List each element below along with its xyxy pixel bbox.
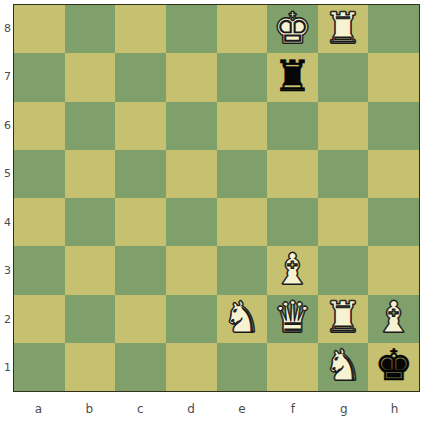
square-c7[interactable] [115, 53, 166, 101]
square-d6[interactable] [166, 102, 217, 150]
square-h7[interactable] [368, 53, 419, 101]
square-c4[interactable] [115, 198, 166, 246]
square-a4[interactable] [14, 198, 65, 246]
square-a1[interactable] [14, 343, 65, 391]
square-g7[interactable] [318, 53, 369, 101]
square-b2[interactable] [65, 295, 116, 343]
rank-label-2: 2 [0, 295, 12, 344]
file-label-d: d [166, 394, 217, 424]
square-a8[interactable] [14, 5, 65, 53]
square-e4[interactable] [217, 198, 268, 246]
square-b1[interactable] [65, 343, 116, 391]
square-f4[interactable] [267, 198, 318, 246]
square-e7[interactable] [217, 53, 268, 101]
square-d2[interactable] [166, 295, 217, 343]
square-b6[interactable] [65, 102, 116, 150]
file-label-e: e [217, 394, 268, 424]
square-g3[interactable] [318, 246, 369, 294]
piece-white-bishop[interactable]: ♝ [374, 296, 413, 339]
square-e5[interactable] [217, 150, 268, 198]
square-b8[interactable] [65, 5, 116, 53]
square-f7[interactable]: ♜ [267, 53, 318, 101]
square-c1[interactable] [115, 343, 166, 391]
square-f1[interactable] [267, 343, 318, 391]
file-labels: abcdefgh [13, 394, 420, 424]
square-d5[interactable] [166, 150, 217, 198]
square-g5[interactable] [318, 150, 369, 198]
square-e1[interactable] [217, 343, 268, 391]
square-g8[interactable]: ♜ [318, 5, 369, 53]
file-label-b: b [64, 394, 115, 424]
square-g4[interactable] [318, 198, 369, 246]
rank-label-4: 4 [0, 198, 12, 247]
square-e8[interactable] [217, 5, 268, 53]
rank-label-6: 6 [0, 101, 12, 150]
rank-label-8: 8 [0, 4, 12, 53]
file-label-f: f [267, 394, 318, 424]
square-c2[interactable] [115, 295, 166, 343]
piece-white-rook[interactable]: ♜ [324, 7, 363, 50]
square-h5[interactable] [368, 150, 419, 198]
piece-black-rook[interactable]: ♜ [273, 55, 312, 98]
rank-label-5: 5 [0, 150, 12, 199]
square-a3[interactable] [14, 246, 65, 294]
square-b5[interactable] [65, 150, 116, 198]
square-h2[interactable]: ♝ [368, 295, 419, 343]
square-g6[interactable] [318, 102, 369, 150]
square-f2[interactable]: ♛ [267, 295, 318, 343]
rank-label-3: 3 [0, 247, 12, 296]
piece-white-king[interactable]: ♚ [273, 7, 312, 50]
square-c6[interactable] [115, 102, 166, 150]
square-a7[interactable] [14, 53, 65, 101]
square-d3[interactable] [166, 246, 217, 294]
square-h6[interactable] [368, 102, 419, 150]
square-h8[interactable] [368, 5, 419, 53]
square-e3[interactable] [217, 246, 268, 294]
square-g1[interactable]: ♞ [318, 343, 369, 391]
piece-black-king[interactable]: ♚ [374, 344, 413, 387]
chess-board: ♚♜♜♝♞♛♜♝♞♚ [13, 4, 420, 392]
square-c3[interactable] [115, 246, 166, 294]
square-d4[interactable] [166, 198, 217, 246]
square-f6[interactable] [267, 102, 318, 150]
piece-white-rook[interactable]: ♜ [324, 296, 363, 339]
rank-label-1: 1 [0, 344, 12, 393]
square-h3[interactable] [368, 246, 419, 294]
square-d7[interactable] [166, 53, 217, 101]
piece-white-queen[interactable]: ♛ [273, 296, 312, 339]
square-a2[interactable] [14, 295, 65, 343]
chess-diagram: 87654321 ♚♜♜♝♞♛♜♝♞♚ abcdefgh [0, 0, 422, 426]
square-g2[interactable]: ♜ [318, 295, 369, 343]
rank-labels: 87654321 [0, 4, 12, 392]
square-b7[interactable] [65, 53, 116, 101]
file-label-g: g [318, 394, 369, 424]
square-b3[interactable] [65, 246, 116, 294]
square-d1[interactable] [166, 343, 217, 391]
square-b4[interactable] [65, 198, 116, 246]
square-f3[interactable]: ♝ [267, 246, 318, 294]
piece-white-bishop[interactable]: ♝ [273, 248, 312, 291]
square-a6[interactable] [14, 102, 65, 150]
rank-label-7: 7 [0, 53, 12, 102]
square-e6[interactable] [217, 102, 268, 150]
square-a5[interactable] [14, 150, 65, 198]
piece-white-knight[interactable]: ♞ [324, 344, 363, 387]
file-label-a: a [13, 394, 64, 424]
square-h4[interactable] [368, 198, 419, 246]
square-c5[interactable] [115, 150, 166, 198]
square-c8[interactable] [115, 5, 166, 53]
square-f8[interactable]: ♚ [267, 5, 318, 53]
square-e2[interactable]: ♞ [217, 295, 268, 343]
square-h1[interactable]: ♚ [368, 343, 419, 391]
file-label-h: h [369, 394, 420, 424]
piece-white-knight[interactable]: ♞ [223, 296, 262, 339]
square-f5[interactable] [267, 150, 318, 198]
square-d8[interactable] [166, 5, 217, 53]
file-label-c: c [115, 394, 166, 424]
